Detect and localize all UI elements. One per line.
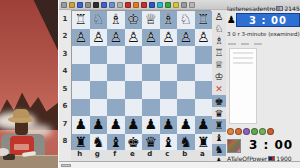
white-piece-k[interactable]: ♔ [127,11,140,29]
square-e4[interactable] [125,64,143,82]
black-piece-p[interactable]: ♟ [197,116,210,134]
black-piece-r[interactable]: ♜ [74,134,87,152]
toolbar-icon-15[interactable] [173,2,179,8]
black-piece-p[interactable]: ♟ [127,116,140,134]
square-g2[interactable]: ♙ [90,29,108,47]
file-label-c: c [159,150,177,161]
square-c1[interactable]: ♗ [160,11,178,29]
sidebar: lastenesadentro 2145 ♟ 3 : 00 3 0 r 3-mi… [226,0,300,168]
file-label-e: e [124,150,142,161]
black-piece-b[interactable]: ♝ [162,134,175,152]
top-player-name: lastenesadentro [227,5,275,12]
square-g6[interactable] [90,99,108,117]
black-piece-p[interactable]: ♟ [92,116,105,134]
white-piece-p[interactable]: ♙ [162,29,175,47]
file-labels: hgfedcba [71,150,211,161]
rank-label-2: 2 [59,28,71,46]
square-c5[interactable] [160,81,178,99]
square-a8[interactable]: ♜ [195,134,213,152]
toolbar-icon-4[interactable] [85,2,91,8]
square-c8[interactable]: ♝ [160,134,178,152]
white-piece-p[interactable]: ♙ [144,29,157,47]
black-piece-p[interactable]: ♟ [74,116,87,134]
emoticon-button-6[interactable] [267,128,274,135]
toolbar-icon-8[interactable] [117,2,123,8]
square-e1[interactable]: ♔ [125,11,143,29]
square-d3[interactable] [142,46,160,64]
square-d7[interactable]: ♟ [142,116,160,134]
square-h8[interactable]: ♜ [72,134,90,152]
top-player-rating: 2145 [284,5,299,12]
palette-black-knight[interactable]: ♞ [212,144,226,156]
square-a5[interactable] [195,81,213,99]
square-b1[interactable]: ♘ [177,11,195,29]
resize-grip[interactable] [61,164,71,167]
palette-white-bishop[interactable]: ♗ [212,34,226,46]
square-a7[interactable]: ♟ [195,116,213,134]
square-c4[interactable] [160,64,178,82]
square-h2[interactable]: ♙ [72,29,90,47]
square-e2[interactable]: ♙ [125,29,143,47]
square-f3[interactable] [107,46,125,64]
square-a3[interactable] [195,46,213,64]
square-a4[interactable] [195,64,213,82]
square-a6[interactable] [195,99,213,117]
black-piece-p[interactable]: ♟ [179,116,192,134]
square-b7[interactable]: ♟ [177,116,195,134]
game-description: 3 0 r 3-minute (examined) [227,31,300,37]
toolbar-icon-3[interactable] [77,2,83,8]
chess-board[interactable]: ♖♘♗♔♕♗♘♖♙♙♙♙♙♙♙♙♟♟♟♟♟♟♟♟♜♞♝♚♛♝♞♜ [71,10,211,150]
square-d1[interactable]: ♕ [142,11,160,29]
square-d5[interactable] [142,81,160,99]
toolbar-icon-10[interactable] [133,2,139,8]
square-b6[interactable] [177,99,195,117]
square-f5[interactable] [107,81,125,99]
white-piece-p[interactable]: ♙ [127,29,140,47]
toolbar-icon-16[interactable] [181,2,187,8]
rank-label-5: 5 [59,80,71,98]
square-f1[interactable]: ♗ [107,11,125,29]
square-b5[interactable] [177,81,195,99]
square-g5[interactable] [90,81,108,99]
emoticon-button-3[interactable] [243,128,250,135]
palette-remove-x[interactable]: ✕ [212,83,226,95]
white-piece-r[interactable]: ♖ [197,11,210,29]
rank-label-8: 8 [59,133,71,151]
black-piece-n[interactable]: ♞ [92,134,105,152]
computer-icon [276,6,283,11]
square-g1[interactable]: ♘ [90,11,108,29]
toolbar-icon-1[interactable] [61,2,67,8]
square-h6[interactable] [72,99,90,117]
emoticon-button-1[interactable] [227,128,234,135]
webcam-shirt-print [14,144,29,150]
square-f2[interactable]: ♙ [107,29,125,47]
white-piece-q[interactable]: ♕ [144,11,157,29]
palette-black-king[interactable]: ♚ [212,95,226,107]
square-c6[interactable] [160,99,178,117]
square-c2[interactable]: ♙ [160,29,178,47]
emoticon-button-5[interactable] [259,128,266,135]
toolbar-icon-5[interactable] [93,2,99,8]
rank-label-1: 1 [59,10,71,28]
square-b2[interactable]: ♙ [177,29,195,47]
white-piece-n[interactable]: ♘ [92,11,105,29]
emoticon-buttons [227,128,274,135]
square-h4[interactable] [72,64,90,82]
emoticon-button-2[interactable] [235,128,242,135]
file-label-g: g [89,150,107,161]
piece-palette: ♙♘♗♖♕♔✕♚♛♜♝♞♟ [212,10,226,168]
square-e7[interactable]: ♟ [125,116,143,134]
square-h7[interactable]: ♟ [72,116,90,134]
chess-app-window: 12345678 ♖♘♗♔♕♗♘♖♙♙♙♙♙♙♙♙♟♟♟♟♟♟♟♟♜♞♝♚♛♝♞… [58,0,300,168]
white-piece-b[interactable]: ♗ [162,11,175,29]
palette-white-king[interactable]: ♔ [212,71,226,83]
toolbar-icon-7[interactable] [109,2,115,8]
square-f6[interactable] [107,99,125,117]
square-g3[interactable] [90,46,108,64]
square-d4[interactable] [142,64,160,82]
status-bar [59,161,300,168]
file-label-d: d [141,150,159,161]
white-piece-p[interactable]: ♙ [197,29,210,47]
rank-label-7: 7 [59,115,71,133]
rank-label-4: 4 [59,63,71,81]
white-piece-n[interactable]: ♘ [179,11,192,29]
square-h1[interactable]: ♖ [72,11,90,29]
square-a1[interactable]: ♖ [195,11,213,29]
black-piece-n[interactable]: ♞ [179,134,192,152]
square-c7[interactable]: ♟ [160,116,178,134]
rank-label-3: 3 [59,45,71,63]
movelist-header [228,43,262,45]
black-piece-p[interactable]: ♟ [144,116,157,134]
square-b8[interactable]: ♞ [177,134,195,152]
top-player-row: lastenesadentro 2145 [227,5,300,12]
file-label-b: b [176,150,194,161]
black-piece-r[interactable]: ♜ [197,134,210,152]
move-list[interactable] [229,48,257,124]
toolbar-icon-6[interactable] [101,2,107,8]
square-b4[interactable] [177,64,195,82]
toolbar-icon-11[interactable] [141,2,147,8]
palette-black-rook[interactable]: ♜ [212,119,226,131]
white-piece-p[interactable]: ♙ [179,29,192,47]
square-e8[interactable]: ♚ [125,134,143,152]
black-piece-p[interactable]: ♟ [162,116,175,134]
square-g7[interactable]: ♟ [90,116,108,134]
file-label-f: f [106,150,124,161]
toolbar-icon-9[interactable] [125,2,131,8]
square-h3[interactable] [72,46,90,64]
screen: 12345678 ♖♘♗♔♕♗♘♖♙♙♙♙♙♙♙♙♟♟♟♟♟♟♟♟♜♞♝♚♛♝♞… [0,0,300,168]
webcam-person-hat-top [13,109,29,118]
square-d2[interactable]: ♙ [142,29,160,47]
rank-label-6: 6 [59,98,71,116]
file-label-h: h [71,150,89,161]
square-d6[interactable] [142,99,160,117]
toolbar-icon-12[interactable] [149,2,155,8]
square-e5[interactable] [125,81,143,99]
bottom-player-clock: 3 : 00 [244,137,298,153]
square-d8[interactable]: ♛ [142,134,160,152]
palette-white-knight[interactable]: ♘ [212,22,226,34]
black-piece-b[interactable]: ♝ [109,134,122,152]
top-player-clock: 3 : 00 [236,13,300,27]
square-e6[interactable] [125,99,143,117]
palette-white-rook[interactable]: ♖ [212,46,226,58]
black-piece-p[interactable]: ♟ [109,116,122,134]
palette-black-queen[interactable]: ♛ [212,107,226,119]
square-h5[interactable] [72,81,90,99]
palette-white-queen[interactable]: ♕ [212,59,226,71]
rank-labels: 12345678 [59,10,71,150]
square-f8[interactable]: ♝ [107,134,125,152]
square-c3[interactable] [160,46,178,64]
bottom-player-avatar [227,139,241,153]
toolbar-icon-17[interactable] [189,2,195,8]
toolbar-icon-14[interactable] [165,2,171,8]
toolbar-icon-2[interactable] [69,2,75,8]
black-piece-k[interactable]: ♚ [127,134,140,152]
square-g8[interactable]: ♞ [90,134,108,152]
square-f7[interactable]: ♟ [107,116,125,134]
white-piece-r[interactable]: ♖ [74,11,87,29]
square-f4[interactable] [107,64,125,82]
black-pawn-icon: ♟ [227,14,236,25]
black-piece-q[interactable]: ♛ [144,134,157,152]
webcam-video [0,0,58,168]
white-piece-p[interactable]: ♙ [109,29,122,47]
toolbar-icon-13[interactable] [157,2,163,8]
white-piece-p[interactable]: ♙ [74,29,87,47]
square-a2[interactable]: ♙ [195,29,213,47]
square-g4[interactable] [90,64,108,82]
palette-white-pawn[interactable]: ♙ [212,10,226,22]
square-b3[interactable] [177,46,195,64]
palette-black-bishop[interactable]: ♝ [212,132,226,144]
emoticon-button-4[interactable] [251,128,258,135]
square-e3[interactable] [125,46,143,64]
white-piece-b[interactable]: ♗ [109,11,122,29]
file-label-a: a [194,150,212,161]
white-piece-p[interactable]: ♙ [92,29,105,47]
